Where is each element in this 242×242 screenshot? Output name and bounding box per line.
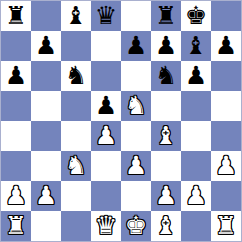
square-g8[interactable]: ♚ [181,1,211,31]
square-c7[interactable] [61,31,91,61]
square-f4[interactable]: ♝ [151,121,181,151]
square-a6[interactable]: ♟ [1,61,31,91]
white-pawn[interactable]: ♟ [155,181,177,211]
white-pawn[interactable]: ♟ [185,181,207,211]
square-a5[interactable] [1,91,31,121]
square-h2[interactable] [211,181,241,211]
square-h5[interactable] [211,91,241,121]
square-h3[interactable]: ♟ [211,151,241,181]
square-e7[interactable]: ♟ [121,31,151,61]
white-pawn[interactable]: ♟ [125,151,147,181]
square-f5[interactable] [151,91,181,121]
square-b8[interactable] [31,1,61,31]
white-queen[interactable]: ♛ [95,211,117,241]
square-d7[interactable] [91,31,121,61]
square-d3[interactable] [91,151,121,181]
square-g6[interactable]: ♟ [181,61,211,91]
black-pawn[interactable]: ♟ [35,31,57,61]
square-b6[interactable] [31,61,61,91]
white-bishop[interactable]: ♝ [155,121,177,151]
black-pawn[interactable]: ♟ [5,61,27,91]
square-b2[interactable]: ♟ [31,181,61,211]
white-pawn[interactable]: ♟ [5,181,27,211]
black-pawn[interactable]: ♟ [215,31,237,61]
square-c3[interactable]: ♞ [61,151,91,181]
square-h8[interactable] [211,1,241,31]
square-e4[interactable] [121,121,151,151]
white-rook[interactable]: ♜ [5,211,27,241]
black-knight[interactable]: ♞ [65,61,87,91]
square-a7[interactable] [1,31,31,61]
square-g1[interactable] [181,211,211,241]
black-pawn[interactable]: ♟ [155,31,177,61]
black-rook[interactable]: ♜ [5,1,27,31]
square-c6[interactable]: ♞ [61,61,91,91]
square-b1[interactable] [31,211,61,241]
square-f6[interactable]: ♞ [151,61,181,91]
square-d5[interactable]: ♟ [91,91,121,121]
black-knight[interactable]: ♞ [155,61,177,91]
square-e6[interactable] [121,61,151,91]
black-pawn[interactable]: ♟ [125,31,147,61]
square-e2[interactable] [121,181,151,211]
white-pawn[interactable]: ♟ [95,121,117,151]
square-g3[interactable] [181,151,211,181]
white-knight[interactable]: ♞ [65,151,87,181]
square-f2[interactable]: ♟ [151,181,181,211]
square-b3[interactable] [31,151,61,181]
square-f1[interactable]: ♝ [151,211,181,241]
square-f7[interactable]: ♟ [151,31,181,61]
square-g4[interactable] [181,121,211,151]
black-queen[interactable]: ♛ [95,1,117,31]
black-bishop[interactable]: ♝ [65,1,87,31]
square-e8[interactable] [121,1,151,31]
white-pawn[interactable]: ♟ [35,181,57,211]
square-d1[interactable]: ♛ [91,211,121,241]
black-rook[interactable]: ♜ [155,1,177,31]
square-a4[interactable] [1,121,31,151]
black-pawn[interactable]: ♟ [185,61,207,91]
white-rook[interactable]: ♜ [215,211,237,241]
square-d2[interactable] [91,181,121,211]
square-h1[interactable]: ♜ [211,211,241,241]
black-pawn[interactable]: ♟ [95,91,117,121]
square-g7[interactable]: ♝ [181,31,211,61]
square-c2[interactable] [61,181,91,211]
square-f3[interactable] [151,151,181,181]
square-h6[interactable] [211,61,241,91]
square-b4[interactable] [31,121,61,151]
white-knight[interactable]: ♞ [125,91,147,121]
square-e3[interactable]: ♟ [121,151,151,181]
square-g5[interactable] [181,91,211,121]
square-g2[interactable]: ♟ [181,181,211,211]
black-bishop[interactable]: ♝ [185,31,207,61]
square-b5[interactable] [31,91,61,121]
white-bishop[interactable]: ♝ [155,211,177,241]
square-b7[interactable]: ♟ [31,31,61,61]
black-king[interactable]: ♚ [185,1,207,31]
chess-board: ♜♝♛♜♚♟♟♟♝♟♟♞♞♟♟♞♟♝♞♟♟♟♟♟♟♜♛♚♝♜ [0,0,242,242]
white-pawn[interactable]: ♟ [215,151,237,181]
square-c4[interactable] [61,121,91,151]
square-a8[interactable]: ♜ [1,1,31,31]
square-c5[interactable] [61,91,91,121]
square-f8[interactable]: ♜ [151,1,181,31]
white-king[interactable]: ♚ [125,211,147,241]
square-d8[interactable]: ♛ [91,1,121,31]
square-h4[interactable] [211,121,241,151]
square-e5[interactable]: ♞ [121,91,151,121]
square-c8[interactable]: ♝ [61,1,91,31]
board-wrap: ♜♝♛♜♚♟♟♟♝♟♟♞♞♟♟♞♟♝♞♟♟♟♟♟♟♜♛♚♝♜ [0,0,242,242]
square-a1[interactable]: ♜ [1,211,31,241]
square-d4[interactable]: ♟ [91,121,121,151]
square-a3[interactable] [1,151,31,181]
square-e1[interactable]: ♚ [121,211,151,241]
square-d6[interactable] [91,61,121,91]
square-c1[interactable] [61,211,91,241]
square-a2[interactable]: ♟ [1,181,31,211]
square-h7[interactable]: ♟ [211,31,241,61]
